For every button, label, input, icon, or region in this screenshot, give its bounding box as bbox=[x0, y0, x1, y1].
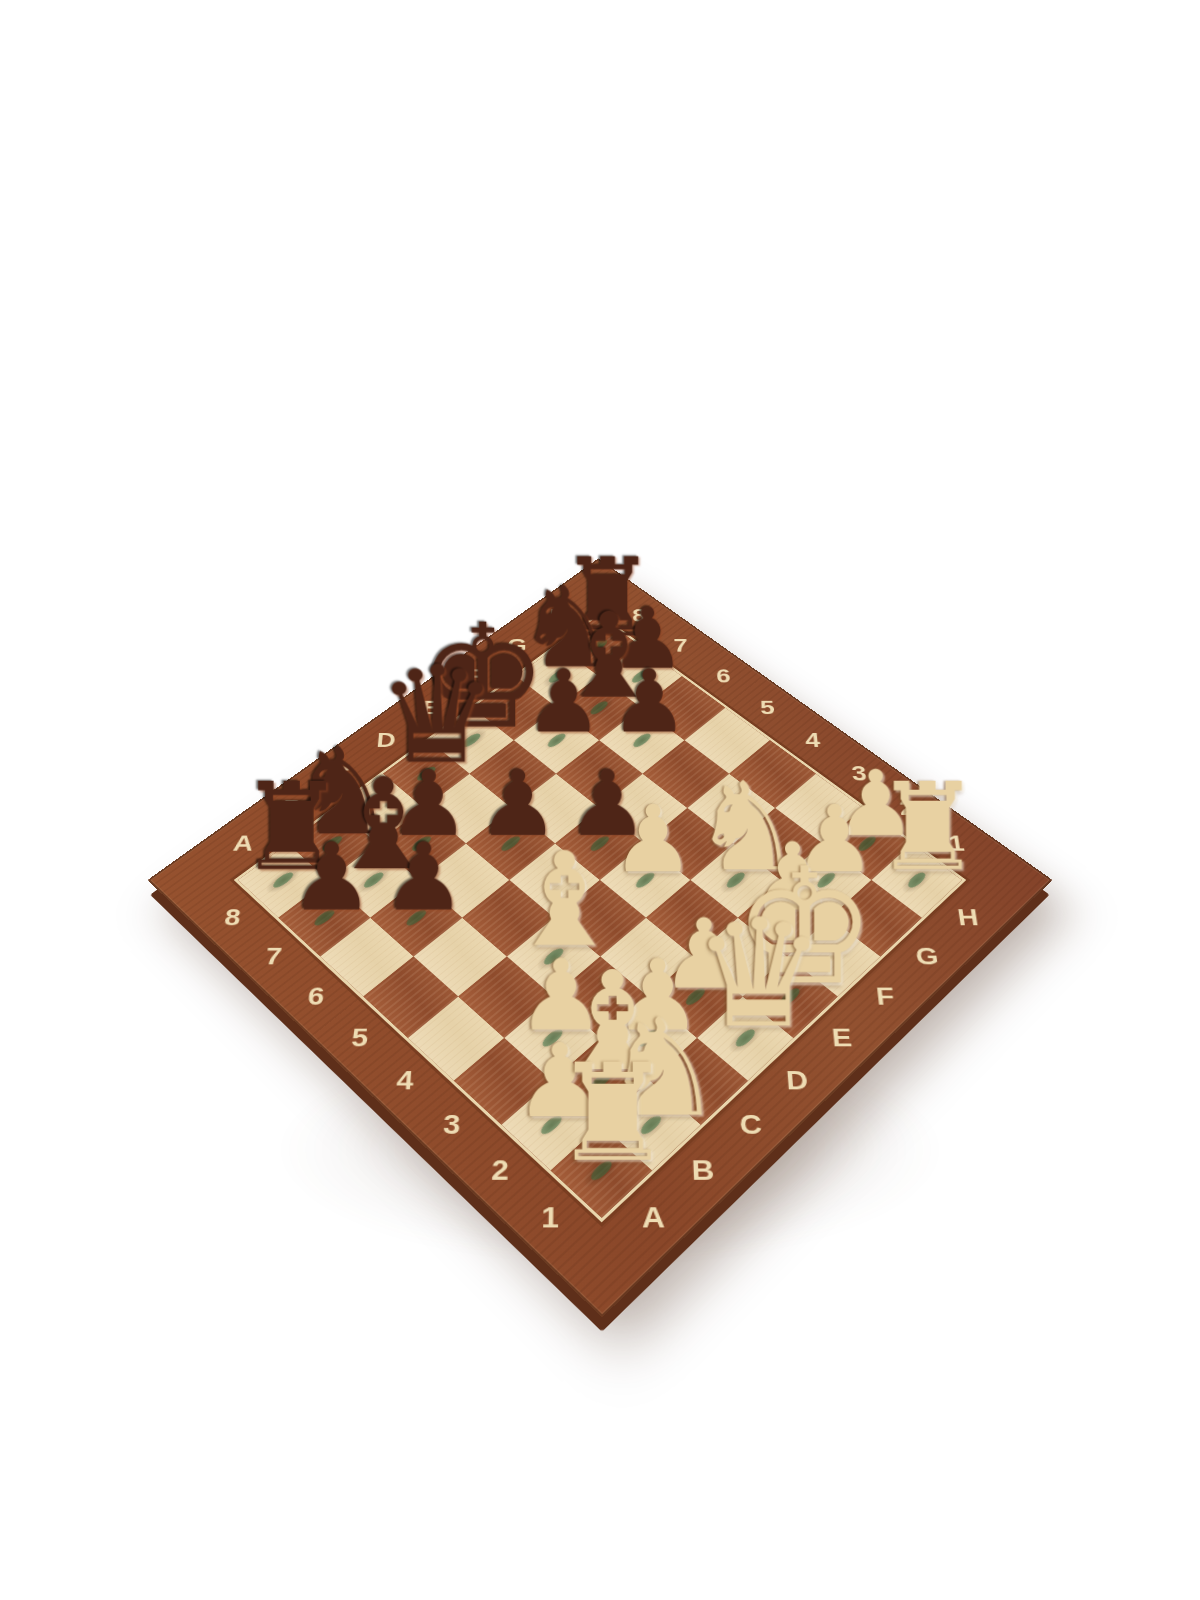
file-label: D bbox=[774, 1062, 820, 1100]
rank-label: 2 bbox=[477, 1150, 523, 1191]
product-photo-stage: AA11BB22CC33DD44EE55FF66GG77HH88♜♞♛♚♞♜♟♝… bbox=[0, 0, 1200, 1600]
scene-3d: AA11BB22CC33DD44EE55FF66GG77HH88♜♞♛♚♞♜♟♝… bbox=[0, 0, 1200, 1600]
piece-black-pawn-g6: ♟ bbox=[574, 659, 725, 746]
board-frame: AA11BB22CC33DD44EE55FF66GG77HH88♜♞♛♚♞♜♟♝… bbox=[147, 558, 1052, 1317]
rank-label: 4 bbox=[382, 1062, 428, 1100]
rank-label: 8 bbox=[210, 901, 255, 935]
rank-label: 1 bbox=[527, 1197, 573, 1240]
rank-label: 6 bbox=[293, 979, 339, 1015]
rank-label: 5 bbox=[748, 694, 787, 722]
chess-board: AA11BB22CC33DD44EE55FF66GG77HH88♜♞♛♚♞♜♟♝… bbox=[147, 558, 1052, 1317]
rank-label: 3 bbox=[429, 1105, 475, 1145]
file-label: G bbox=[904, 939, 950, 974]
file-label: H bbox=[945, 901, 991, 935]
file-label: A bbox=[630, 1197, 677, 1240]
rank-label: 4 bbox=[792, 726, 833, 755]
rank-label: 5 bbox=[337, 1019, 383, 1056]
piece-white-rook-a1: ♜ bbox=[523, 1046, 703, 1181]
rank-label: 7 bbox=[251, 939, 297, 974]
